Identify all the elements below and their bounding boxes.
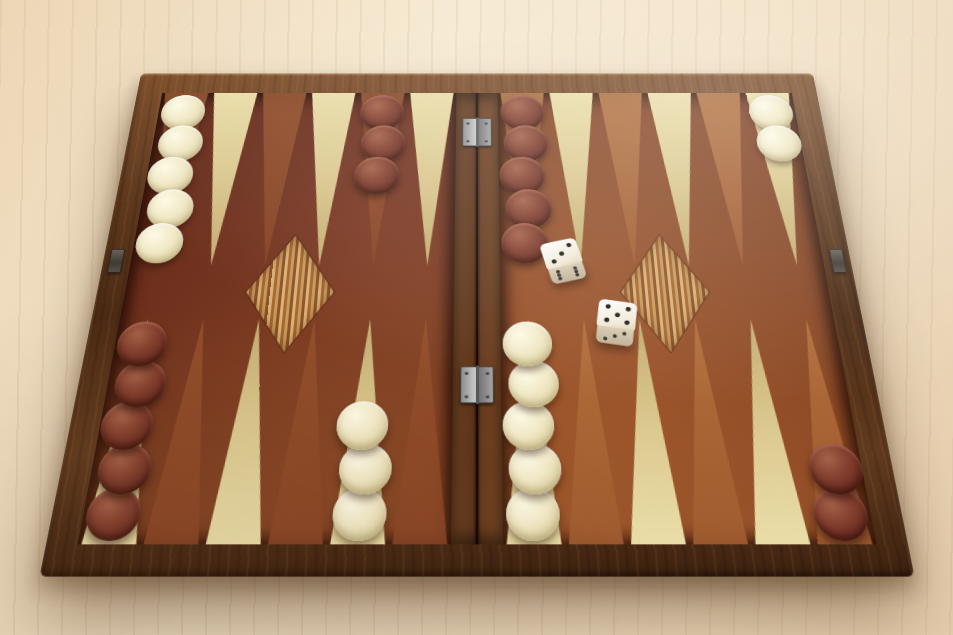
checker-white[interactable]: [144, 189, 196, 228]
point-triangle: [391, 319, 451, 544]
checker-stack-point-24: [746, 95, 800, 157]
checker-white[interactable]: [337, 444, 392, 495]
checker-white[interactable]: [155, 126, 205, 162]
point-triangle: [402, 93, 454, 266]
checker-brown[interactable]: [113, 322, 170, 367]
checker-brown[interactable]: [359, 126, 405, 162]
checker-stack-point-1: [802, 450, 871, 541]
checker-stack-point-19: [500, 95, 549, 258]
center-bar: [450, 93, 502, 544]
checker-brown[interactable]: [94, 444, 155, 495]
board-right-half: [497, 93, 876, 544]
point-18[interactable]: [400, 93, 456, 266]
checker-brown[interactable]: [505, 189, 552, 228]
checker-brown[interactable]: [499, 157, 545, 194]
table-surface: [0, 0, 953, 635]
checker-brown[interactable]: [96, 401, 156, 450]
hinge-bottom-icon: [460, 366, 494, 403]
checker-white[interactable]: [753, 126, 803, 162]
point-6[interactable]: [500, 319, 565, 544]
board-inner: [77, 93, 875, 544]
quadrant-bottom-left: [77, 319, 453, 544]
checker-white[interactable]: [132, 223, 186, 263]
checker-white[interactable]: [330, 488, 387, 541]
checker-brown[interactable]: [82, 488, 145, 541]
checker-brown[interactable]: [111, 361, 169, 408]
checker-white[interactable]: [508, 361, 560, 408]
point-19[interactable]: [497, 93, 553, 266]
clasp-left-icon: [106, 249, 124, 273]
checker-white[interactable]: [502, 322, 553, 367]
checker-brown[interactable]: [805, 444, 866, 495]
hinge-top-icon: [462, 118, 492, 146]
checker-white[interactable]: [506, 488, 561, 541]
quadrant-bottom-right: [500, 319, 876, 544]
board-wrap: [97, 12, 857, 572]
board-left-half: [77, 93, 456, 544]
checker-white[interactable]: [746, 95, 795, 130]
backgammon-board: [39, 74, 914, 577]
clasp-right-icon: [828, 249, 846, 273]
die-2[interactable]: [594, 299, 637, 348]
checker-white[interactable]: [508, 444, 562, 495]
checker-stack-point-6: [503, 327, 560, 541]
checker-brown[interactable]: [503, 126, 548, 162]
checker-stack-point-8: [330, 407, 390, 541]
checker-white[interactable]: [502, 401, 555, 450]
checker-brown[interactable]: [808, 488, 871, 541]
checker-white[interactable]: [334, 401, 388, 450]
point-7[interactable]: [388, 319, 453, 544]
checker-brown[interactable]: [352, 157, 399, 194]
checker-stack-point-17: [354, 95, 403, 189]
